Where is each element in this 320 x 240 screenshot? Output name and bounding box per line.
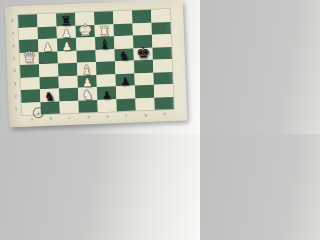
- piece-black-knight[interactable]: ♞: [114, 49, 133, 63]
- rank-label-6: 6: [12, 44, 15, 48]
- square-g7[interactable]: [132, 22, 151, 35]
- square-g2[interactable]: [135, 85, 154, 98]
- square-f1[interactable]: [116, 98, 135, 111]
- square-g5[interactable]: ♚: [133, 47, 152, 60]
- square-c1[interactable]: [59, 100, 78, 113]
- rank-label-2: 2: [14, 94, 17, 98]
- square-d5[interactable]: [76, 50, 95, 63]
- square-f5[interactable]: ♞: [114, 48, 133, 61]
- rank-label-4: 4: [13, 69, 16, 73]
- square-c3[interactable]: [58, 75, 77, 88]
- square-e4[interactable]: [96, 61, 115, 74]
- piece-black-pawn[interactable]: ♟: [116, 76, 135, 88]
- piece-black-bishop[interactable]: ♝: [95, 37, 114, 51]
- square-h4[interactable]: [153, 59, 172, 72]
- square-c6[interactable]: ♟: [57, 38, 76, 51]
- square-a8[interactable]: [18, 14, 37, 27]
- square-a2[interactable]: [21, 89, 40, 102]
- square-g8[interactable]: [132, 10, 151, 23]
- piece-black-pawn[interactable]: ♟: [97, 89, 116, 101]
- square-d3[interactable]: ♟: [77, 74, 96, 87]
- square-h6[interactable]: [152, 34, 171, 47]
- file-label-f: f: [125, 114, 127, 118]
- square-e8[interactable]: [94, 11, 113, 24]
- file-label-g: g: [144, 113, 147, 117]
- square-f8[interactable]: [113, 11, 132, 24]
- square-g3[interactable]: [134, 72, 153, 85]
- piece-white-bishop[interactable]: ♝: [77, 63, 96, 77]
- square-c2[interactable]: [59, 88, 78, 101]
- piece-white-king[interactable]: ♚: [75, 22, 95, 39]
- piece-black-king[interactable]: ♚: [133, 45, 153, 62]
- photo-background: { "game": "chess", "scene": "overhead ph…: [0, 0, 200, 134]
- square-h2[interactable]: [154, 84, 173, 97]
- square-h7[interactable]: [151, 22, 170, 35]
- square-c8[interactable]: ♜: [56, 13, 75, 26]
- file-label-h: h: [163, 112, 166, 116]
- square-g1[interactable]: [135, 97, 154, 110]
- square-b7[interactable]: [38, 26, 57, 39]
- square-b3[interactable]: [39, 76, 58, 89]
- square-f6[interactable]: [114, 36, 133, 49]
- square-c4[interactable]: [58, 63, 77, 76]
- piece-white-pawn[interactable]: ♟: [57, 40, 76, 52]
- square-h1[interactable]: [154, 97, 173, 110]
- file-label-c: c: [68, 116, 70, 120]
- rank-label-7: 7: [12, 32, 15, 36]
- piece-white-pawn[interactable]: ♟: [57, 28, 76, 40]
- square-a7[interactable]: [19, 27, 38, 40]
- square-f3[interactable]: ♟: [115, 73, 134, 86]
- square-a3[interactable]: [20, 77, 39, 90]
- brand-logo-icon: +: [33, 107, 44, 118]
- piece-black-rook[interactable]: ♜: [56, 13, 75, 27]
- square-b8[interactable]: [37, 13, 56, 26]
- file-label-b: b: [50, 117, 53, 121]
- chess-mat: ♜♟♚♜♟♟♝♛♞♚♝♟♟♞♞♟ + 87654321abcdefgh: [5, 0, 188, 127]
- piece-white-queen[interactable]: ♛: [19, 50, 39, 66]
- piece-white-knight[interactable]: ♞: [78, 87, 97, 101]
- square-e3[interactable]: [96, 74, 115, 87]
- square-f7[interactable]: [113, 23, 132, 36]
- rank-label-1: 1: [15, 107, 18, 111]
- square-h8[interactable]: [151, 9, 170, 22]
- square-b4[interactable]: [39, 63, 58, 76]
- square-e6[interactable]: ♝: [95, 36, 114, 49]
- file-label-e: e: [106, 115, 109, 119]
- square-d7[interactable]: ♚: [76, 25, 95, 38]
- square-h3[interactable]: [153, 72, 172, 85]
- square-b6[interactable]: ♟: [38, 38, 57, 51]
- square-e2[interactable]: ♟: [97, 86, 116, 99]
- square-d2[interactable]: ♞: [78, 87, 97, 100]
- piece-white-pawn[interactable]: ♟: [38, 41, 57, 53]
- rank-label-8: 8: [11, 19, 14, 23]
- square-h5[interactable]: [152, 47, 171, 60]
- piece-black-knight[interactable]: ♞: [40, 89, 59, 103]
- square-a5[interactable]: ♛: [20, 52, 39, 65]
- rank-label-5: 5: [13, 57, 16, 61]
- square-e7[interactable]: ♜: [95, 24, 114, 37]
- file-label-d: d: [87, 115, 90, 119]
- board: ♜♟♚♜♟♟♝♛♞♚♝♟♟♞♞♟: [18, 9, 174, 115]
- square-d4[interactable]: ♝: [77, 62, 96, 75]
- square-c7[interactable]: ♟: [57, 25, 76, 38]
- square-b2[interactable]: ♞: [40, 88, 59, 101]
- rank-label-3: 3: [14, 82, 17, 86]
- file-label-a: a: [31, 117, 34, 121]
